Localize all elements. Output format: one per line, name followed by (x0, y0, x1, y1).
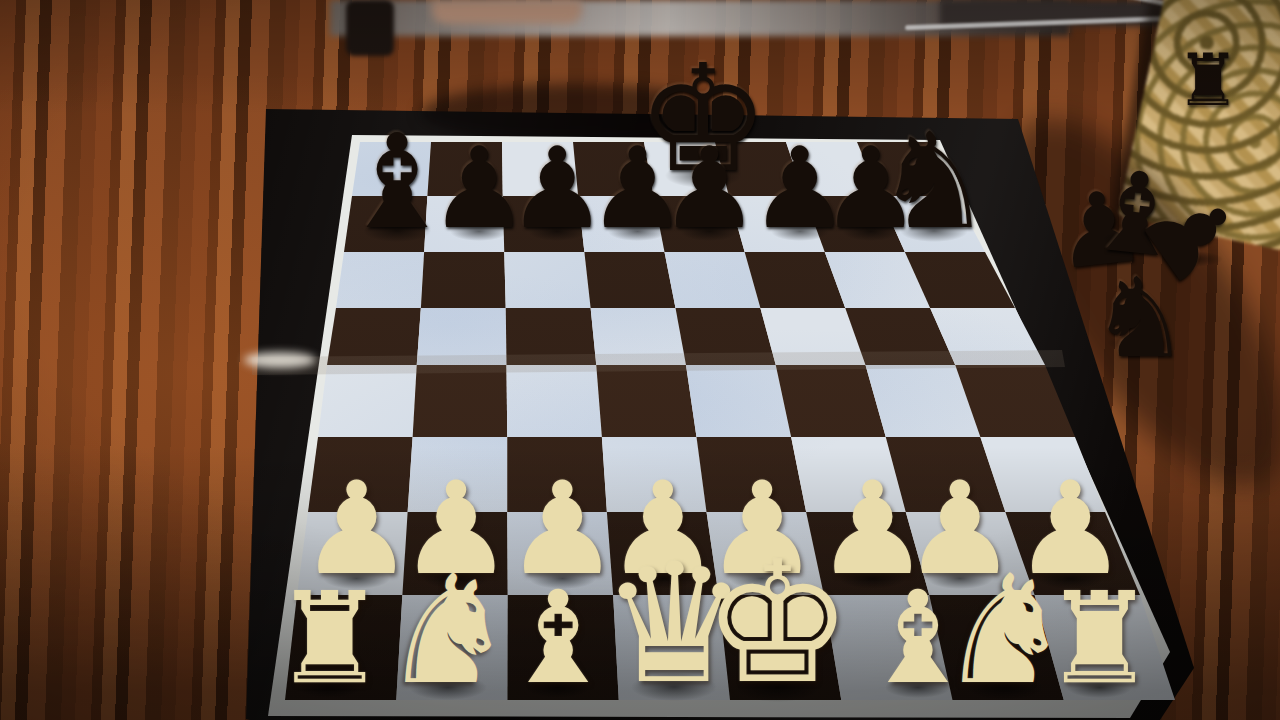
piece-black-knight-h7[interactable]: ♞ (875, 115, 993, 247)
piece-white-knight-b1[interactable]: ♞ (381, 555, 515, 705)
piece-white-rook-h1[interactable]: ♜ (1043, 577, 1156, 703)
captured-black-piece[interactable]: ♜ (1176, 44, 1241, 116)
piece-white-bishop-c1[interactable]: ♝ (501, 575, 616, 703)
photo-stage: ♚♝♟♟♟♟♟♟♞♟♟♟♟♟♟♟♟♜♞♝♛♚♝♞♜ ♟♝♟♞♜ (0, 0, 1280, 720)
piece-white-rook-a1[interactable]: ♜ (273, 577, 386, 703)
piece-white-king-e1[interactable]: ♚ (702, 540, 853, 708)
piece-black-pawn-e7[interactable]: ♟ (659, 133, 759, 245)
captured-black-piece[interactable]: ♞ (1091, 263, 1190, 373)
